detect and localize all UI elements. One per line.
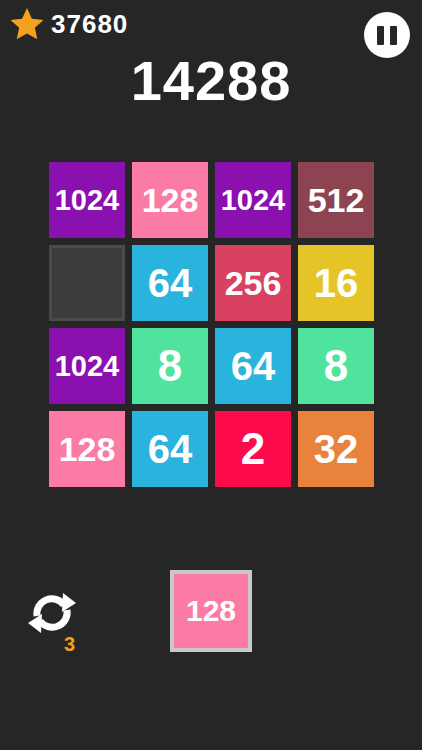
tile-r1c3-value-16[interactable]: 16 bbox=[298, 245, 374, 321]
game-screen: 37680 14288 1024128102451264256161024864… bbox=[0, 0, 422, 750]
tile-r0c1-value-128[interactable]: 128 bbox=[132, 162, 208, 238]
tile-r3c1-value-64[interactable]: 64 bbox=[132, 411, 208, 487]
tile-r0c0-value-1024[interactable]: 1024 bbox=[49, 162, 125, 238]
score-display: 37680 bbox=[10, 7, 128, 41]
tile-r2c0-value-1024[interactable]: 1024 bbox=[49, 328, 125, 404]
refresh-count-badge: 3 bbox=[64, 633, 75, 656]
pause-icon bbox=[390, 26, 397, 45]
game-board: 1024128102451264256161024864812864232 bbox=[49, 162, 374, 487]
tile-r3c3-value-32[interactable]: 32 bbox=[298, 411, 374, 487]
next-tile-value: 128 bbox=[186, 594, 236, 628]
tile-r1c2-value-256[interactable]: 256 bbox=[215, 245, 291, 321]
current-total-number: 14288 bbox=[0, 48, 422, 113]
score-value: 37680 bbox=[51, 7, 128, 41]
tile-r1c1-value-64[interactable]: 64 bbox=[132, 245, 208, 321]
tile-r0c2-value-1024[interactable]: 1024 bbox=[215, 162, 291, 238]
star-icon bbox=[10, 7, 44, 41]
pause-icon bbox=[377, 26, 384, 45]
tile-r3c2-value-2[interactable]: 2 bbox=[215, 411, 291, 487]
tile-r3c0-value-128[interactable]: 128 bbox=[49, 411, 125, 487]
tile-r2c3-value-8[interactable]: 8 bbox=[298, 328, 374, 404]
next-tile-preview[interactable]: 128 bbox=[170, 570, 252, 652]
refresh-icon bbox=[28, 589, 76, 637]
tile-r2c1-value-8[interactable]: 8 bbox=[132, 328, 208, 404]
tile-r2c2-value-64[interactable]: 64 bbox=[215, 328, 291, 404]
tile-r0c3-value-512[interactable]: 512 bbox=[298, 162, 374, 238]
empty-cell-r1c0[interactable] bbox=[49, 245, 125, 321]
